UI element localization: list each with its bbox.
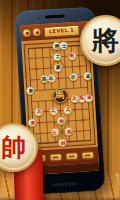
- red-general-character: 帥: [1, 131, 26, 164]
- board-piece[interactable]: 象: [54, 63, 62, 71]
- piece-character: 帥: [60, 140, 65, 145]
- back-icon: [25, 31, 28, 34]
- board-piece[interactable]: 兵: [49, 107, 57, 115]
- piece-character: 兵: [51, 108, 56, 113]
- board-piece[interactable]: 帥: [58, 139, 66, 147]
- settings-icon: [35, 31, 38, 34]
- piece-character: 兵: [65, 108, 70, 113]
- highlight-piece[interactable]: 馬: [52, 87, 68, 103]
- piece-character: 馬: [79, 96, 84, 101]
- piece-character: 馬: [42, 77, 47, 82]
- front-camera-icon: [37, 17, 40, 20]
- piece-character: 兵: [72, 96, 77, 101]
- piece-character: 將: [54, 43, 59, 48]
- piece-character: 車: [30, 121, 35, 126]
- toolbar-button-2-icon: [52, 156, 58, 158]
- level-label: LEVEL 1: [49, 27, 75, 34]
- piece-character: 馬: [55, 90, 65, 100]
- piece-character: 兵: [36, 109, 41, 114]
- piece-character: 炮: [69, 53, 74, 58]
- piece-character: 卒: [70, 75, 75, 80]
- piece-character: 象: [55, 65, 60, 70]
- toolbar-button-3-icon: [68, 155, 74, 157]
- back-button[interactable]: [23, 29, 31, 37]
- piece-character: 相: [67, 129, 72, 134]
- board-grid[interactable]: 將士士炮象馬卒卒車車馬兵馬車兵兵兵車炮仕相帥: [28, 44, 92, 144]
- board-piece[interactable]: 車: [85, 94, 93, 102]
- settings-button[interactable]: [33, 28, 41, 36]
- black-general-character: 將: [92, 23, 119, 59]
- piece-character: 士: [61, 43, 66, 48]
- board-piece[interactable]: 炮: [68, 52, 76, 60]
- piece-character: 車: [28, 88, 33, 93]
- toolbar-button-4[interactable]: [81, 151, 94, 159]
- piece-character: 車: [85, 74, 90, 79]
- board-piece[interactable]: 車: [83, 72, 91, 80]
- toolbar-button-2[interactable]: [49, 153, 62, 161]
- toolbar-button-4-icon: [84, 154, 90, 156]
- piece-character: 卒: [49, 76, 54, 81]
- piece-character: 炮: [59, 119, 64, 124]
- promo-screenshot: LEVEL 1 將士士炮象馬卒卒車車馬兵馬車兵兵兵車炮仕相帥: [0, 0, 120, 200]
- bottom-speaker-grill: [52, 182, 78, 187]
- piece-character: 士: [55, 54, 60, 59]
- toolbar-button-3[interactable]: [65, 152, 78, 160]
- board-piece[interactable]: 士: [53, 53, 61, 61]
- level-banner: LEVEL 1: [43, 24, 80, 37]
- earpiece-speaker: [45, 15, 65, 19]
- piece-character: 仕: [52, 130, 57, 135]
- piece-character: 車: [86, 95, 91, 100]
